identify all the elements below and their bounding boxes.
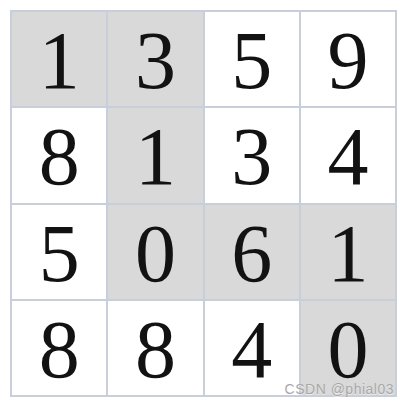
cell-digit: 9	[327, 20, 368, 102]
grid-cell-r2c2: 6	[205, 205, 299, 299]
cell-digit: 0	[135, 213, 176, 295]
grid-cell-r3c1: 8	[108, 301, 202, 395]
grid-cell-r3c0: 8	[12, 301, 106, 395]
grid-cell-r0c1: 3	[108, 12, 202, 106]
puzzle-diagram: 1359813450618840 CSDN @phial03	[0, 0, 407, 407]
grid-cell-r2c1: 0	[108, 205, 202, 299]
grid-cell-r3c3: 0	[301, 301, 395, 395]
cell-digit: 4	[327, 116, 368, 198]
grid-cell-r1c3: 4	[301, 108, 395, 202]
grid-cell-r1c1: 1	[108, 108, 202, 202]
cell-digit: 8	[135, 309, 176, 391]
cell-digit: 1	[39, 20, 80, 102]
cell-digit: 6	[231, 213, 272, 295]
cell-digit: 0	[327, 309, 368, 391]
grid-cell-r3c2: 4	[205, 301, 299, 395]
grid-cell-r2c3: 1	[301, 205, 395, 299]
cell-digit: 8	[39, 116, 80, 198]
cell-digit: 3	[231, 116, 272, 198]
grid-cell-r2c0: 5	[12, 205, 106, 299]
grid-cell-r1c2: 3	[205, 108, 299, 202]
cell-digit: 1	[327, 213, 368, 295]
grid-cell-r1c0: 8	[12, 108, 106, 202]
cell-digit: 5	[231, 20, 272, 102]
cell-digit: 1	[135, 116, 176, 198]
cell-digit: 8	[39, 309, 80, 391]
number-grid-board: 1359813450618840	[10, 10, 397, 397]
cell-digit: 5	[39, 213, 80, 295]
grid-cell-r0c0: 1	[12, 12, 106, 106]
cell-digit: 4	[231, 309, 272, 391]
cell-digit: 3	[135, 20, 176, 102]
grid-cell-r0c3: 9	[301, 12, 395, 106]
grid-cell-r0c2: 5	[205, 12, 299, 106]
